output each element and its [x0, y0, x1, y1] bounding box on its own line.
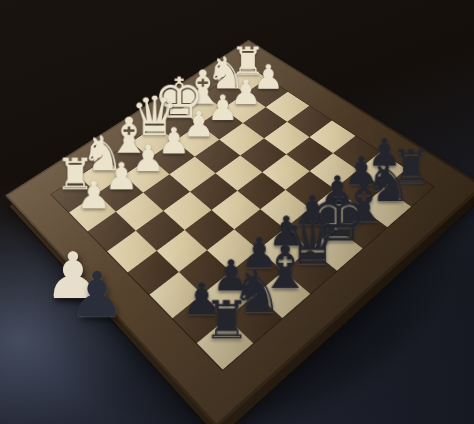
off-board-black-pawn: ♟ [62, 264, 132, 326]
chess-photo-scene: ♜♞♝♛♚♝♞♜♟♟♟♟♟♟♟♟♟♟♟♟♟♟♟♟♜♞♝♛♚♝♞♜ ♟♟ [0, 0, 474, 424]
